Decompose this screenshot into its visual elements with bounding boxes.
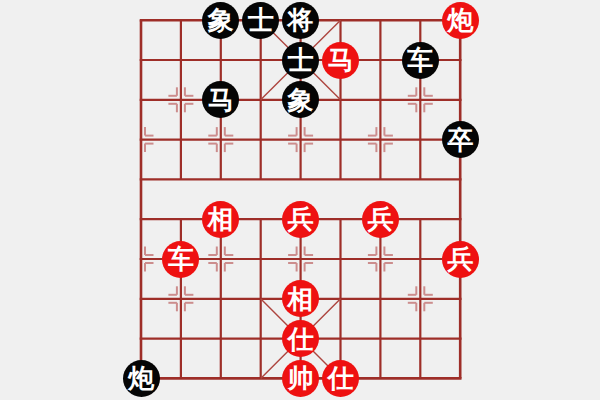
xiangqi-diagram-screen: 象士将炮士马车马象卒相兵兵车兵相仕炮帅仕 [0, 0, 600, 400]
piece-red-general[interactable]: 帅 [282, 360, 319, 397]
piece-black-horse[interactable]: 马 [202, 81, 239, 118]
piece-black-elephant[interactable]: 象 [282, 81, 319, 118]
piece-red-chariot[interactable]: 车 [162, 241, 199, 278]
piece-black-advisor[interactable]: 士 [282, 42, 319, 79]
piece-black-advisor[interactable]: 士 [242, 2, 279, 39]
piece-red-elephant[interactable]: 相 [282, 280, 319, 317]
piece-red-soldier[interactable]: 兵 [442, 241, 479, 278]
piece-red-horse[interactable]: 马 [322, 42, 359, 79]
piece-red-advisor[interactable]: 仕 [282, 320, 319, 357]
piece-black-soldier[interactable]: 卒 [442, 121, 479, 158]
piece-red-soldier[interactable]: 兵 [362, 201, 399, 238]
piece-red-cannon[interactable]: 炮 [442, 2, 479, 39]
piece-red-soldier[interactable]: 兵 [282, 201, 319, 238]
piece-black-elephant[interactable]: 象 [202, 2, 239, 39]
pieces-layer: 象士将炮士马车马象卒相兵兵车兵相仕炮帅仕 [0, 0, 600, 400]
piece-black-general[interactable]: 将 [282, 2, 319, 39]
piece-red-advisor[interactable]: 仕 [322, 360, 359, 397]
piece-black-chariot[interactable]: 车 [402, 42, 439, 79]
piece-red-elephant[interactable]: 相 [202, 201, 239, 238]
piece-black-cannon[interactable]: 炮 [123, 360, 160, 397]
